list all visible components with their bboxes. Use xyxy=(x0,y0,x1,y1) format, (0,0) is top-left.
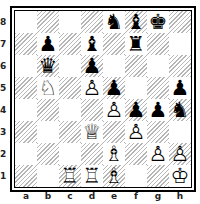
square-e7[interactable] xyxy=(103,33,125,55)
square-b7[interactable]: ♟ xyxy=(37,33,59,55)
file-label-e: e xyxy=(103,191,125,201)
black-pawn: ♟ xyxy=(83,55,102,77)
rank-label-1: 1 xyxy=(0,165,9,187)
piece-outline: ♗ xyxy=(105,164,124,188)
white-pawn: ♟♙ xyxy=(83,77,102,99)
square-e5[interactable]: ♟ xyxy=(103,77,125,99)
white-pawn: ♟♙ xyxy=(149,143,168,165)
square-f2[interactable] xyxy=(125,143,147,165)
piece-outline: ♙ xyxy=(127,120,146,144)
square-d5[interactable]: ♟♙ xyxy=(81,77,103,99)
square-b1[interactable] xyxy=(37,165,59,187)
square-a5[interactable] xyxy=(15,77,37,99)
square-c3[interactable] xyxy=(59,121,81,143)
square-g6[interactable] xyxy=(147,55,169,77)
board-inner-border: ♞♝♚♟♝♜♛♟♞♘♟♙♟♟♟♙♟♟♞♛♕♟♙♝♗♟♙♟♙♜♖♜♖♝♗♚♔ xyxy=(14,10,192,188)
rank-label-2: 2 xyxy=(0,143,9,165)
file-label-h: h xyxy=(169,191,191,201)
white-rook: ♜♖ xyxy=(61,165,80,187)
rank-label-6: 6 xyxy=(0,55,9,77)
square-d7[interactable]: ♝ xyxy=(81,33,103,55)
rank-label-3: 3 xyxy=(0,121,9,143)
square-a8[interactable] xyxy=(15,11,37,33)
white-pawn: ♟♙ xyxy=(171,143,190,165)
piece-outline: ♖ xyxy=(61,164,80,188)
square-h3[interactable] xyxy=(169,121,191,143)
square-f4[interactable]: ♟ xyxy=(125,99,147,121)
black-pawn: ♟ xyxy=(127,99,146,121)
black-knight: ♞ xyxy=(171,99,190,121)
file-label-a: a xyxy=(15,191,37,201)
square-d3[interactable]: ♛♕ xyxy=(81,121,103,143)
square-b8[interactable] xyxy=(37,11,59,33)
square-g3[interactable] xyxy=(147,121,169,143)
square-f5[interactable] xyxy=(125,77,147,99)
rank-label-5: 5 xyxy=(0,77,9,99)
white-bishop: ♝♗ xyxy=(105,165,124,187)
square-f1[interactable] xyxy=(125,165,147,187)
white-rook: ♜♖ xyxy=(83,165,102,187)
square-a3[interactable] xyxy=(15,121,37,143)
square-d1[interactable]: ♜♖ xyxy=(81,165,103,187)
square-f6[interactable] xyxy=(125,55,147,77)
square-b6[interactable]: ♛ xyxy=(37,55,59,77)
square-b4[interactable] xyxy=(37,99,59,121)
square-c4[interactable] xyxy=(59,99,81,121)
square-d8[interactable] xyxy=(81,11,103,33)
square-a1[interactable] xyxy=(15,165,37,187)
square-h5[interactable]: ♟ xyxy=(169,77,191,99)
square-h1[interactable]: ♚♔ xyxy=(169,165,191,187)
square-c8[interactable] xyxy=(59,11,81,33)
white-queen: ♛♕ xyxy=(83,121,102,143)
square-c7[interactable] xyxy=(59,33,81,55)
square-h4[interactable]: ♞ xyxy=(169,99,191,121)
rank-label-4: 4 xyxy=(0,99,9,121)
piece-outline: ♗ xyxy=(105,142,124,166)
black-rook: ♜ xyxy=(127,33,146,55)
rank-label-8: 8 xyxy=(0,11,9,33)
black-pawn: ♟ xyxy=(171,77,190,99)
piece-outline: ♙ xyxy=(105,98,124,122)
square-c1[interactable]: ♜♖ xyxy=(59,165,81,187)
piece-outline: ♙ xyxy=(171,142,190,166)
piece-outline: ♘ xyxy=(39,76,58,100)
piece-outline: ♖ xyxy=(83,164,102,188)
square-h6[interactable] xyxy=(169,55,191,77)
black-pawn: ♟ xyxy=(39,33,58,55)
square-e4[interactable]: ♟♙ xyxy=(103,99,125,121)
black-king: ♚ xyxy=(149,11,168,33)
piece-outline: ♔ xyxy=(171,164,190,188)
square-d2[interactable] xyxy=(81,143,103,165)
file-label-d: d xyxy=(81,191,103,201)
piece-outline: ♙ xyxy=(83,76,102,100)
white-knight: ♞♘ xyxy=(39,77,58,99)
square-a2[interactable] xyxy=(15,143,37,165)
square-g5[interactable] xyxy=(147,77,169,99)
square-g2[interactable]: ♟♙ xyxy=(147,143,169,165)
black-bishop: ♝ xyxy=(127,11,146,33)
square-b3[interactable] xyxy=(37,121,59,143)
square-f7[interactable]: ♜ xyxy=(125,33,147,55)
white-pawn: ♟♙ xyxy=(127,121,146,143)
file-label-f: f xyxy=(125,191,147,201)
file-label-g: g xyxy=(147,191,169,201)
chess-diagram: 87654321 ♞♝♚♟♝♜♛♟♞♘♟♙♟♟♟♙♟♟♞♛♕♟♙♝♗♟♙♟♙♜♖… xyxy=(0,0,200,204)
square-c2[interactable] xyxy=(59,143,81,165)
square-e2[interactable]: ♝♗ xyxy=(103,143,125,165)
square-a4[interactable] xyxy=(15,99,37,121)
black-knight: ♞ xyxy=(105,11,124,33)
square-h7[interactable] xyxy=(169,33,191,55)
white-king: ♚♔ xyxy=(171,165,190,187)
white-pawn: ♟♙ xyxy=(105,99,124,121)
file-labels: abcdefgh xyxy=(15,191,191,201)
square-d6[interactable]: ♟ xyxy=(81,55,103,77)
piece-outline: ♕ xyxy=(83,120,102,144)
rank-label-7: 7 xyxy=(0,33,9,55)
black-queen: ♛ xyxy=(39,55,58,77)
square-g8[interactable]: ♚ xyxy=(147,11,169,33)
black-bishop: ♝ xyxy=(83,33,102,55)
square-b2[interactable] xyxy=(37,143,59,165)
square-f8[interactable]: ♝ xyxy=(125,11,147,33)
black-pawn: ♟ xyxy=(105,77,124,99)
chess-board: ♞♝♚♟♝♜♛♟♞♘♟♙♟♟♟♙♟♟♞♛♕♟♙♝♗♟♙♟♙♜♖♜♖♝♗♚♔ xyxy=(15,11,191,187)
square-h2[interactable]: ♟♙ xyxy=(169,143,191,165)
square-c6[interactable] xyxy=(59,55,81,77)
black-pawn: ♟ xyxy=(149,99,168,121)
piece-outline: ♙ xyxy=(149,142,168,166)
square-g7[interactable] xyxy=(147,33,169,55)
rank-labels: 87654321 xyxy=(0,11,9,187)
square-e3[interactable] xyxy=(103,121,125,143)
square-g4[interactable]: ♟ xyxy=(147,99,169,121)
square-a6[interactable] xyxy=(15,55,37,77)
square-h8[interactable] xyxy=(169,11,191,33)
square-e6[interactable] xyxy=(103,55,125,77)
file-label-c: c xyxy=(59,191,81,201)
board-frame: ♞♝♚♟♝♜♛♟♞♘♟♙♟♟♟♙♟♟♞♛♕♟♙♝♗♟♙♟♙♜♖♜♖♝♗♚♔ xyxy=(10,6,196,192)
white-bishop: ♝♗ xyxy=(105,143,124,165)
square-a7[interactable] xyxy=(15,33,37,55)
square-b5[interactable]: ♞♘ xyxy=(37,77,59,99)
square-c5[interactable] xyxy=(59,77,81,99)
square-f3[interactable]: ♟♙ xyxy=(125,121,147,143)
square-e8[interactable]: ♞ xyxy=(103,11,125,33)
square-d4[interactable] xyxy=(81,99,103,121)
file-label-b: b xyxy=(37,191,59,201)
square-e1[interactable]: ♝♗ xyxy=(103,165,125,187)
square-g1[interactable] xyxy=(147,165,169,187)
